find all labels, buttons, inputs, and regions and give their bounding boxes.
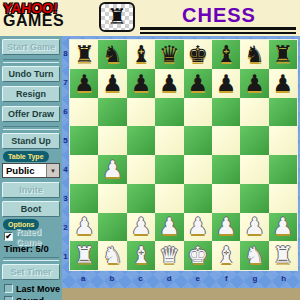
square-h3[interactable]: [269, 184, 297, 213]
last-move-checkbox[interactable]: [4, 284, 13, 293]
square-e5[interactable]: [184, 126, 212, 155]
white-rook[interactable]: ♜: [273, 244, 294, 267]
square-a5[interactable]: [70, 126, 98, 155]
square-c7[interactable]: ♟: [127, 69, 155, 98]
sound-label: Sound: [16, 296, 44, 300]
square-g4[interactable]: [240, 155, 268, 184]
square-a7[interactable]: ♟: [70, 69, 98, 98]
square-c8[interactable]: ♝: [127, 40, 155, 69]
file-label-a: a: [69, 273, 98, 286]
square-e6[interactable]: [184, 98, 212, 127]
file-labels: abcdefgh: [69, 273, 298, 286]
file-label-b: b: [98, 273, 127, 286]
rank-label-5: 5: [62, 126, 69, 155]
title-zone: CHESS: [142, 4, 296, 26]
check-icon: ✔: [5, 232, 12, 241]
square-e2[interactable]: ♟: [184, 213, 212, 242]
square-g6[interactable]: [240, 98, 268, 127]
black-knight[interactable]: ♞: [244, 43, 265, 66]
square-a2[interactable]: ♟: [70, 213, 98, 242]
yahoo-logo-text: YAHOO!: [3, 1, 65, 15]
board-frame: 87654321 ♜♞♝♛♚♝♞♜♟♟♟♟♟♟♟♟♟♟♟♟♟♟♟♟♜♞♝♛♚♝♞…: [62, 36, 300, 288]
file-label-d: d: [155, 273, 184, 286]
sound-checkbox[interactable]: [4, 296, 13, 300]
chess-board: ♜♞♝♛♚♝♞♜♟♟♟♟♟♟♟♟♟♟♟♟♟♟♟♟♜♞♝♛♚♝♞♜: [69, 39, 298, 271]
square-f3[interactable]: [212, 184, 240, 213]
square-a6[interactable]: [70, 98, 98, 127]
black-pawn[interactable]: ♟: [74, 72, 95, 95]
resign-button[interactable]: Resign: [2, 86, 60, 102]
white-pawn[interactable]: ♟: [187, 215, 208, 238]
white-bishop[interactable]: ♝: [216, 244, 237, 267]
file-label-e: e: [184, 273, 213, 286]
square-b8[interactable]: ♞: [98, 40, 126, 69]
square-e7[interactable]: ♟: [184, 69, 212, 98]
header: YAHOO! GAMES ♜ CHESS: [0, 0, 300, 36]
title-underline: [140, 27, 296, 34]
page-title: CHESS: [182, 4, 256, 27]
last-move-label: Last Move: [16, 284, 60, 294]
square-c3[interactable]: [127, 184, 155, 213]
square-b4[interactable]: ♟: [98, 155, 126, 184]
square-e8[interactable]: ♚: [184, 40, 212, 69]
square-f8[interactable]: ♝: [212, 40, 240, 69]
bottom-strip: [62, 288, 300, 300]
square-d5[interactable]: [155, 126, 183, 155]
square-a1[interactable]: ♜: [70, 241, 98, 270]
square-e4[interactable]: [184, 155, 212, 184]
sound-row: Sound: [4, 295, 60, 300]
square-h1[interactable]: ♜: [269, 241, 297, 270]
square-h8[interactable]: ♜: [269, 40, 297, 69]
square-f6[interactable]: [212, 98, 240, 127]
rank-label-2: 2: [62, 213, 69, 242]
separator: [3, 59, 59, 63]
chevron-down-glyph: ▼: [50, 168, 56, 174]
boot-button[interactable]: Boot: [2, 201, 60, 217]
black-pawn[interactable]: ♟: [187, 72, 208, 95]
file-label-c: c: [126, 273, 155, 286]
square-h2[interactable]: ♟: [269, 213, 297, 242]
rook-icon-glyph: ♜: [107, 4, 127, 30]
sidebar: Start Game Undo Turn Resign Offer Draw S…: [0, 36, 62, 300]
black-pawn[interactable]: ♟: [131, 72, 152, 95]
square-g8[interactable]: ♞: [240, 40, 268, 69]
white-pawn[interactable]: ♟: [159, 215, 180, 238]
black-rook[interactable]: ♜: [273, 43, 294, 66]
square-g5[interactable]: [240, 126, 268, 155]
rated-game-checkbox[interactable]: ✔: [4, 232, 13, 241]
white-pawn[interactable]: ♟: [74, 215, 95, 238]
black-pawn[interactable]: ♟: [216, 72, 237, 95]
square-h5[interactable]: [269, 126, 297, 155]
separator: [3, 257, 59, 261]
white-pawn[interactable]: ♟: [102, 158, 123, 181]
square-f1[interactable]: ♝: [212, 241, 240, 270]
offer-draw-button[interactable]: Offer Draw: [2, 106, 60, 122]
black-king[interactable]: ♚: [187, 43, 208, 66]
yahoo-chess-window: YAHOO! GAMES ♜ CHESS Start Game Undo Tur…: [0, 0, 300, 300]
white-queen[interactable]: ♛: [159, 244, 180, 267]
invite-button[interactable]: Invite: [2, 182, 60, 198]
square-f5[interactable]: [212, 126, 240, 155]
square-f2[interactable]: ♟: [212, 213, 240, 242]
undo-turn-button[interactable]: Undo Turn: [2, 66, 60, 82]
square-h6[interactable]: [269, 98, 297, 127]
yahoo-games-logo[interactable]: YAHOO! GAMES: [3, 1, 64, 29]
white-knight[interactable]: ♞: [244, 244, 265, 267]
square-g1[interactable]: ♞: [240, 241, 268, 270]
square-b2[interactable]: [98, 213, 126, 242]
black-knight[interactable]: ♞: [102, 43, 123, 66]
white-knight[interactable]: ♞: [102, 244, 123, 267]
table-type-select[interactable]: Public ▼: [2, 163, 60, 178]
square-a4[interactable]: [70, 155, 98, 184]
file-label-f: f: [212, 273, 241, 286]
white-pawn[interactable]: ♟: [244, 215, 265, 238]
black-bishop[interactable]: ♝: [216, 43, 237, 66]
square-b1[interactable]: ♞: [98, 241, 126, 270]
square-d8[interactable]: ♛: [155, 40, 183, 69]
square-h7[interactable]: ♟: [269, 69, 297, 98]
square-c4[interactable]: [127, 155, 155, 184]
white-bishop[interactable]: ♝: [131, 244, 152, 267]
rank-label-7: 7: [62, 68, 69, 97]
square-b7[interactable]: ♟: [98, 69, 126, 98]
square-g3[interactable]: [240, 184, 268, 213]
square-d3[interactable]: [155, 184, 183, 213]
file-label-h: h: [269, 273, 298, 286]
square-c2[interactable]: ♟: [127, 213, 155, 242]
stand-up-button[interactable]: Stand Up: [2, 133, 60, 149]
rank-label-1: 1: [62, 242, 69, 271]
square-e1[interactable]: ♚: [184, 241, 212, 270]
square-d2[interactable]: ♟: [155, 213, 183, 242]
black-rook[interactable]: ♜: [74, 43, 95, 66]
rank-label-6: 6: [62, 97, 69, 126]
square-d7[interactable]: ♟: [155, 69, 183, 98]
square-d6[interactable]: [155, 98, 183, 127]
black-pawn[interactable]: ♟: [273, 72, 294, 95]
black-queen[interactable]: ♛: [159, 43, 180, 66]
square-f7[interactable]: ♟: [212, 69, 240, 98]
square-g7[interactable]: ♟: [240, 69, 268, 98]
square-b3[interactable]: [98, 184, 126, 213]
set-timer-button[interactable]: Set Timer: [2, 264, 60, 280]
white-pawn[interactable]: ♟: [216, 215, 237, 238]
square-d4[interactable]: [155, 155, 183, 184]
rank-label-3: 3: [62, 184, 69, 213]
file-label-g: g: [241, 273, 270, 286]
square-a3[interactable]: [70, 184, 98, 213]
separator: [3, 126, 59, 130]
square-h4[interactable]: [269, 155, 297, 184]
table-type-badge: Table Type: [3, 151, 49, 162]
black-bishop[interactable]: ♝: [131, 43, 152, 66]
square-c1[interactable]: ♝: [127, 241, 155, 270]
rated-game-row: ✔ Rated Game: [4, 231, 60, 242]
white-pawn[interactable]: ♟: [273, 215, 294, 238]
white-rook[interactable]: ♜: [74, 244, 95, 267]
square-b6[interactable]: [98, 98, 126, 127]
square-b5[interactable]: [98, 126, 126, 155]
square-c6[interactable]: [127, 98, 155, 127]
rank-label-8: 8: [62, 39, 69, 68]
square-e3[interactable]: [184, 184, 212, 213]
black-pawn[interactable]: ♟: [244, 72, 265, 95]
rook-icon: ♜: [99, 2, 135, 32]
rank-label-4: 4: [62, 155, 69, 184]
start-game-button[interactable]: Start Game: [2, 39, 60, 55]
square-g2[interactable]: ♟: [240, 213, 268, 242]
white-king[interactable]: ♚: [187, 244, 208, 267]
table-type-value: Public: [3, 166, 46, 176]
rank-labels: 87654321: [62, 39, 69, 271]
square-c5[interactable]: [127, 126, 155, 155]
chevron-down-icon[interactable]: ▼: [46, 164, 59, 177]
white-pawn[interactable]: ♟: [131, 215, 152, 238]
square-f4[interactable]: [212, 155, 240, 184]
square-d1[interactable]: ♛: [155, 241, 183, 270]
last-move-row: Last Move: [4, 283, 60, 294]
square-a8[interactable]: ♜: [70, 40, 98, 69]
black-pawn[interactable]: ♟: [102, 72, 123, 95]
black-pawn[interactable]: ♟: [159, 72, 180, 95]
